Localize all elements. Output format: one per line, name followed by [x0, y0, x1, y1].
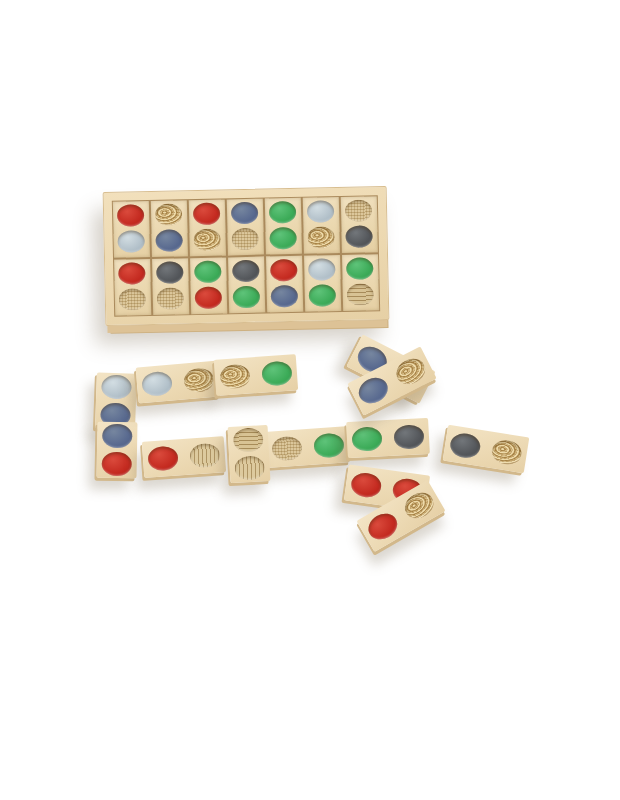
disc-red [195, 287, 222, 310]
disc-weave [345, 199, 372, 222]
disc-weave [119, 288, 146, 311]
disc-weave [157, 287, 184, 310]
domino-tile-chain-cross[interactable] [228, 425, 271, 483]
disc-green [194, 261, 221, 284]
disc-stripes-v [189, 443, 221, 469]
domino-tile-chain-bottom-3[interactable] [346, 418, 430, 458]
disc-red [118, 262, 145, 285]
disc-red [117, 204, 144, 227]
tray-tile-c4r1[interactable] [227, 199, 264, 256]
tray-grid [112, 195, 380, 317]
disc-green [346, 257, 373, 280]
disc-scribble [219, 363, 251, 389]
disc-stripes-h [347, 283, 374, 306]
disc-red [147, 445, 179, 471]
disc-blue [354, 373, 392, 408]
disc-scribble [392, 354, 430, 389]
disc-blue [231, 202, 258, 225]
disc-scribble [400, 488, 438, 524]
tray-tile-c6r2[interactable] [304, 255, 341, 312]
tray-tile-c3r1[interactable] [189, 199, 226, 256]
domino-tile-chain-bottom-1[interactable] [142, 436, 226, 478]
disc-weave [231, 228, 258, 251]
tray-tile-c5r2[interactable] [266, 256, 303, 313]
domino-tray [103, 186, 390, 326]
disc-silver [141, 371, 173, 398]
tray-tile-c7r1[interactable] [341, 196, 378, 253]
disc-darkgray [393, 424, 424, 450]
disc-silver [308, 258, 335, 281]
disc-blue [271, 285, 298, 308]
domino-tile-chain-top-2[interactable] [214, 354, 298, 396]
disc-blue [102, 424, 132, 449]
tray-tile-c1r2[interactable] [114, 259, 151, 316]
disc-weave [271, 435, 303, 461]
disc-red [102, 452, 132, 477]
disc-silver [117, 230, 144, 253]
disc-green [351, 426, 382, 452]
disc-darkgray [156, 261, 183, 284]
disc-green [233, 286, 260, 309]
domino-tile-chain-bottom-2[interactable] [266, 426, 350, 468]
disc-scribble [155, 203, 182, 226]
product-photo-scene [0, 0, 620, 800]
tray-tile-c3r2[interactable] [190, 257, 227, 314]
disc-red [193, 203, 220, 226]
disc-green [261, 361, 293, 387]
domino-tile-loose-right[interactable] [443, 425, 530, 473]
disc-stripes-v [234, 455, 265, 481]
disc-silver [101, 374, 132, 399]
disc-red [270, 259, 297, 282]
disc-red [364, 509, 402, 545]
disc-blue [155, 229, 182, 252]
tray-tile-c1r1[interactable] [113, 201, 150, 258]
disc-stripes-h [233, 427, 264, 453]
domino-tile-chain-left-bottom[interactable] [97, 422, 138, 479]
disc-scribble [307, 226, 334, 249]
tray-tile-c7r2[interactable] [342, 254, 379, 311]
disc-darkgray [345, 225, 372, 248]
disc-silver [307, 200, 334, 223]
disc-green [269, 201, 296, 224]
disc-darkgray [232, 260, 259, 283]
disc-darkgray [449, 432, 482, 460]
tray-tile-c5r1[interactable] [265, 198, 302, 255]
disc-scribble [193, 229, 220, 252]
tray-tile-c2r2[interactable] [152, 258, 189, 315]
tray-tile-c6r1[interactable] [303, 197, 340, 254]
tray-tile-c4r2[interactable] [228, 257, 265, 314]
disc-green [269, 227, 296, 250]
disc-green [313, 433, 345, 459]
domino-tile-chain-top-1[interactable] [136, 360, 221, 403]
tray-tile-c2r1[interactable] [151, 200, 188, 257]
disc-scribble [490, 438, 523, 466]
disc-green [309, 284, 336, 307]
disc-scribble [183, 367, 215, 394]
disc-red [350, 471, 383, 499]
